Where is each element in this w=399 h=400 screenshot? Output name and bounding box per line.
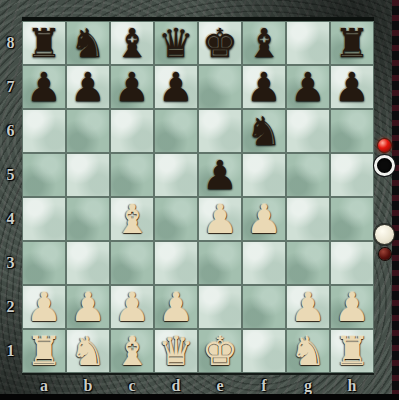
square-b3[interactable] [66, 241, 110, 285]
square-c7[interactable]: ♟ [110, 65, 154, 109]
square-f8[interactable]: ♝ [242, 21, 286, 65]
black-bishop[interactable]: ♝ [110, 21, 154, 65]
board: ♜♞♝♛♚♝♜♟♟♟♟♟♟♟♞♟♝♟♟♟♟♟♟♟♟♜♞♝♛♚♞♜ [22, 21, 374, 373]
square-g5[interactable] [286, 153, 330, 197]
white-pawn[interactable]: ♟ [110, 285, 154, 329]
square-g4[interactable] [286, 197, 330, 241]
white-pawn[interactable]: ♟ [330, 285, 374, 329]
chess-app-window: 87654321 abcdefgh ♜♞♝♛♚♝♜♟♟♟♟♟♟♟♞♟♝♟♟♟♟♟… [0, 0, 399, 400]
square-b1[interactable]: ♞ [66, 329, 110, 373]
square-a8[interactable]: ♜ [22, 21, 66, 65]
square-h6[interactable] [330, 109, 374, 153]
black-pawn[interactable]: ♟ [66, 65, 110, 109]
square-h5[interactable] [330, 153, 374, 197]
file-label-a: a [22, 375, 66, 396]
frame-bottom-band [0, 394, 399, 400]
square-b2[interactable]: ♟ [66, 285, 110, 329]
white-pawn[interactable]: ♟ [286, 285, 330, 329]
white-queen[interactable]: ♛ [154, 329, 198, 373]
square-h8[interactable]: ♜ [330, 21, 374, 65]
black-pawn[interactable]: ♟ [330, 65, 374, 109]
black-knight[interactable]: ♞ [66, 21, 110, 65]
square-g6[interactable] [286, 109, 330, 153]
rank-label-1: 1 [0, 329, 21, 373]
file-label-e: e [198, 375, 242, 396]
square-h4[interactable] [330, 197, 374, 241]
black-rook[interactable]: ♜ [22, 21, 66, 65]
square-h3[interactable] [330, 241, 374, 285]
white-knight[interactable]: ♞ [66, 329, 110, 373]
black-pawn[interactable]: ♟ [22, 65, 66, 109]
square-a6[interactable] [22, 109, 66, 153]
white-rook[interactable]: ♜ [22, 329, 66, 373]
file-label-b: b [66, 375, 110, 396]
rank-labels: 87654321 [0, 21, 21, 373]
square-d8[interactable]: ♛ [154, 21, 198, 65]
square-a5[interactable] [22, 153, 66, 197]
rank-label-4: 4 [0, 197, 21, 241]
file-label-g: g [286, 375, 330, 396]
square-b7[interactable]: ♟ [66, 65, 110, 109]
square-e8[interactable]: ♚ [198, 21, 242, 65]
black-pawn[interactable]: ♟ [198, 153, 242, 197]
square-c4[interactable]: ♝ [110, 197, 154, 241]
square-a7[interactable]: ♟ [22, 65, 66, 109]
white-pawn[interactable]: ♟ [242, 197, 286, 241]
file-label-d: d [154, 375, 198, 396]
square-a4[interactable] [22, 197, 66, 241]
square-f5[interactable] [242, 153, 286, 197]
black-pawn[interactable]: ♟ [154, 65, 198, 109]
black-pawn[interactable]: ♟ [286, 65, 330, 109]
square-e4[interactable]: ♟ [198, 197, 242, 241]
black-player-marker [374, 155, 395, 176]
white-king[interactable]: ♚ [198, 329, 242, 373]
black-rook[interactable]: ♜ [330, 21, 374, 65]
square-c6[interactable] [110, 109, 154, 153]
square-b5[interactable] [66, 153, 110, 197]
black-king[interactable]: ♚ [198, 21, 242, 65]
square-e1[interactable]: ♚ [198, 329, 242, 373]
white-pawn[interactable]: ♟ [66, 285, 110, 329]
white-knight[interactable]: ♞ [286, 329, 330, 373]
rank-label-8: 8 [0, 21, 21, 65]
frame-right-band [392, 0, 399, 400]
square-d4[interactable] [154, 197, 198, 241]
square-c1[interactable]: ♝ [110, 329, 154, 373]
rank-label-2: 2 [0, 285, 21, 329]
white-bishop[interactable]: ♝ [110, 329, 154, 373]
square-d7[interactable]: ♟ [154, 65, 198, 109]
rank-label-6: 6 [0, 109, 21, 153]
white-player-marker [374, 224, 395, 245]
square-g8[interactable] [286, 21, 330, 65]
square-g1[interactable]: ♞ [286, 329, 330, 373]
white-pawn[interactable]: ♟ [198, 197, 242, 241]
black-pawn[interactable]: ♟ [110, 65, 154, 109]
square-d5[interactable] [154, 153, 198, 197]
square-c8[interactable]: ♝ [110, 21, 154, 65]
white-rook[interactable]: ♜ [330, 329, 374, 373]
square-f2[interactable] [242, 285, 286, 329]
rank-label-7: 7 [0, 65, 21, 109]
square-e7[interactable] [198, 65, 242, 109]
square-f7[interactable]: ♟ [242, 65, 286, 109]
square-a1[interactable]: ♜ [22, 329, 66, 373]
black-queen[interactable]: ♛ [154, 21, 198, 65]
square-b8[interactable]: ♞ [66, 21, 110, 65]
square-e5[interactable]: ♟ [198, 153, 242, 197]
square-b6[interactable] [66, 109, 110, 153]
square-d2[interactable]: ♟ [154, 285, 198, 329]
black-bishop[interactable]: ♝ [242, 21, 286, 65]
square-a3[interactable] [22, 241, 66, 285]
square-a2[interactable]: ♟ [22, 285, 66, 329]
white-pawn[interactable]: ♟ [154, 285, 198, 329]
square-g2[interactable]: ♟ [286, 285, 330, 329]
square-h7[interactable]: ♟ [330, 65, 374, 109]
square-f1[interactable] [242, 329, 286, 373]
square-e3[interactable] [198, 241, 242, 285]
rank-label-3: 3 [0, 241, 21, 285]
square-d3[interactable] [154, 241, 198, 285]
square-d1[interactable]: ♛ [154, 329, 198, 373]
file-label-f: f [242, 375, 286, 396]
square-g3[interactable] [286, 241, 330, 285]
square-g7[interactable]: ♟ [286, 65, 330, 109]
file-labels: abcdefgh [22, 375, 374, 396]
black-pawn[interactable]: ♟ [242, 65, 286, 109]
square-f3[interactable] [242, 241, 286, 285]
rank-label-5: 5 [0, 153, 21, 197]
square-d6[interactable] [154, 109, 198, 153]
square-c3[interactable] [110, 241, 154, 285]
square-h1[interactable]: ♜ [330, 329, 374, 373]
square-f6[interactable]: ♞ [242, 109, 286, 153]
square-e6[interactable] [198, 109, 242, 153]
square-e2[interactable] [198, 285, 242, 329]
file-label-c: c [110, 375, 154, 396]
square-f4[interactable]: ♟ [242, 197, 286, 241]
square-c2[interactable]: ♟ [110, 285, 154, 329]
white-bishop[interactable]: ♝ [110, 197, 154, 241]
square-h2[interactable]: ♟ [330, 285, 374, 329]
square-b4[interactable] [66, 197, 110, 241]
black-knight[interactable]: ♞ [242, 109, 286, 153]
square-c5[interactable] [110, 153, 154, 197]
file-label-h: h [330, 375, 374, 396]
white-pawn[interactable]: ♟ [22, 285, 66, 329]
white-to-move-light [379, 248, 391, 260]
black-to-move-light [378, 139, 391, 152]
